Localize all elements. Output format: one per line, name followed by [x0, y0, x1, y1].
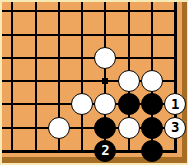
board-cell: [70, 93, 93, 116]
board-cell: [47, 23, 70, 46]
white-stone: [48, 117, 70, 139]
board-cell: [94, 93, 117, 116]
board-cell: [70, 116, 93, 139]
board-cell: 3: [164, 116, 187, 139]
white-stone: [94, 93, 116, 115]
board-cell: [164, 139, 187, 162]
board-cell: [117, 139, 140, 162]
board-cell: [70, 69, 93, 92]
board-cell: [47, 69, 70, 92]
board-cell: [1, 69, 24, 92]
board-cell: [140, 139, 163, 162]
white-stone-move-1: 1: [164, 93, 186, 115]
board-cell: [1, 139, 24, 162]
black-stone: [118, 93, 140, 115]
board-cell: [47, 0, 70, 23]
black-stone: [141, 140, 163, 162]
board-cell: [1, 23, 24, 46]
white-stone: [118, 70, 140, 92]
board-cell: [1, 0, 24, 23]
white-stone: [94, 47, 116, 69]
board-cell: [94, 0, 117, 23]
board-cell: [164, 0, 187, 23]
star-point: [102, 78, 108, 84]
board-cell: [70, 46, 93, 69]
board-cell: [47, 46, 70, 69]
board-cell: [140, 23, 163, 46]
board-cell: 1: [164, 93, 187, 116]
board-cell: [1, 93, 24, 116]
board-cell: [1, 46, 24, 69]
board-cell: [117, 23, 140, 46]
board-cell: [117, 116, 140, 139]
board-cell: [140, 69, 163, 92]
black-stone: [94, 117, 116, 139]
board-cell: [47, 93, 70, 116]
board-cell: [70, 23, 93, 46]
board-cell: [164, 23, 187, 46]
board-cell: [94, 46, 117, 69]
board-cell: [70, 139, 93, 162]
board-cell: [117, 0, 140, 23]
board-cell: [140, 46, 163, 69]
board-cell: [140, 116, 163, 139]
black-stone: [141, 93, 163, 115]
board-cell: [24, 23, 47, 46]
board-cell: [70, 0, 93, 23]
board-cell: [24, 93, 47, 116]
board-cell: [24, 0, 47, 23]
board-cell: [94, 116, 117, 139]
board-cell: [140, 93, 163, 116]
board-cell: [47, 139, 70, 162]
board-cell: [24, 139, 47, 162]
white-stone: [141, 70, 163, 92]
white-stone-move-3: 3: [164, 117, 186, 139]
board-cell: [24, 46, 47, 69]
board-cell: [47, 116, 70, 139]
board-cell: [117, 69, 140, 92]
white-stone: [71, 93, 93, 115]
black-stone-move-2: 2: [94, 140, 116, 162]
go-grid: 132: [1, 0, 187, 163]
board-cell: [140, 0, 163, 23]
board-cell: [164, 46, 187, 69]
board-cell: [164, 69, 187, 92]
go-board-diagram: 132: [0, 0, 188, 165]
board-cell: [117, 93, 140, 116]
white-stone: [118, 117, 140, 139]
board-cell: [1, 116, 24, 139]
board-cell: [24, 69, 47, 92]
board-cell: [94, 69, 117, 92]
board-cell: [94, 23, 117, 46]
board-cell: [24, 116, 47, 139]
black-stone: [141, 117, 163, 139]
board-cell: 2: [94, 139, 117, 162]
board-cell: [117, 46, 140, 69]
